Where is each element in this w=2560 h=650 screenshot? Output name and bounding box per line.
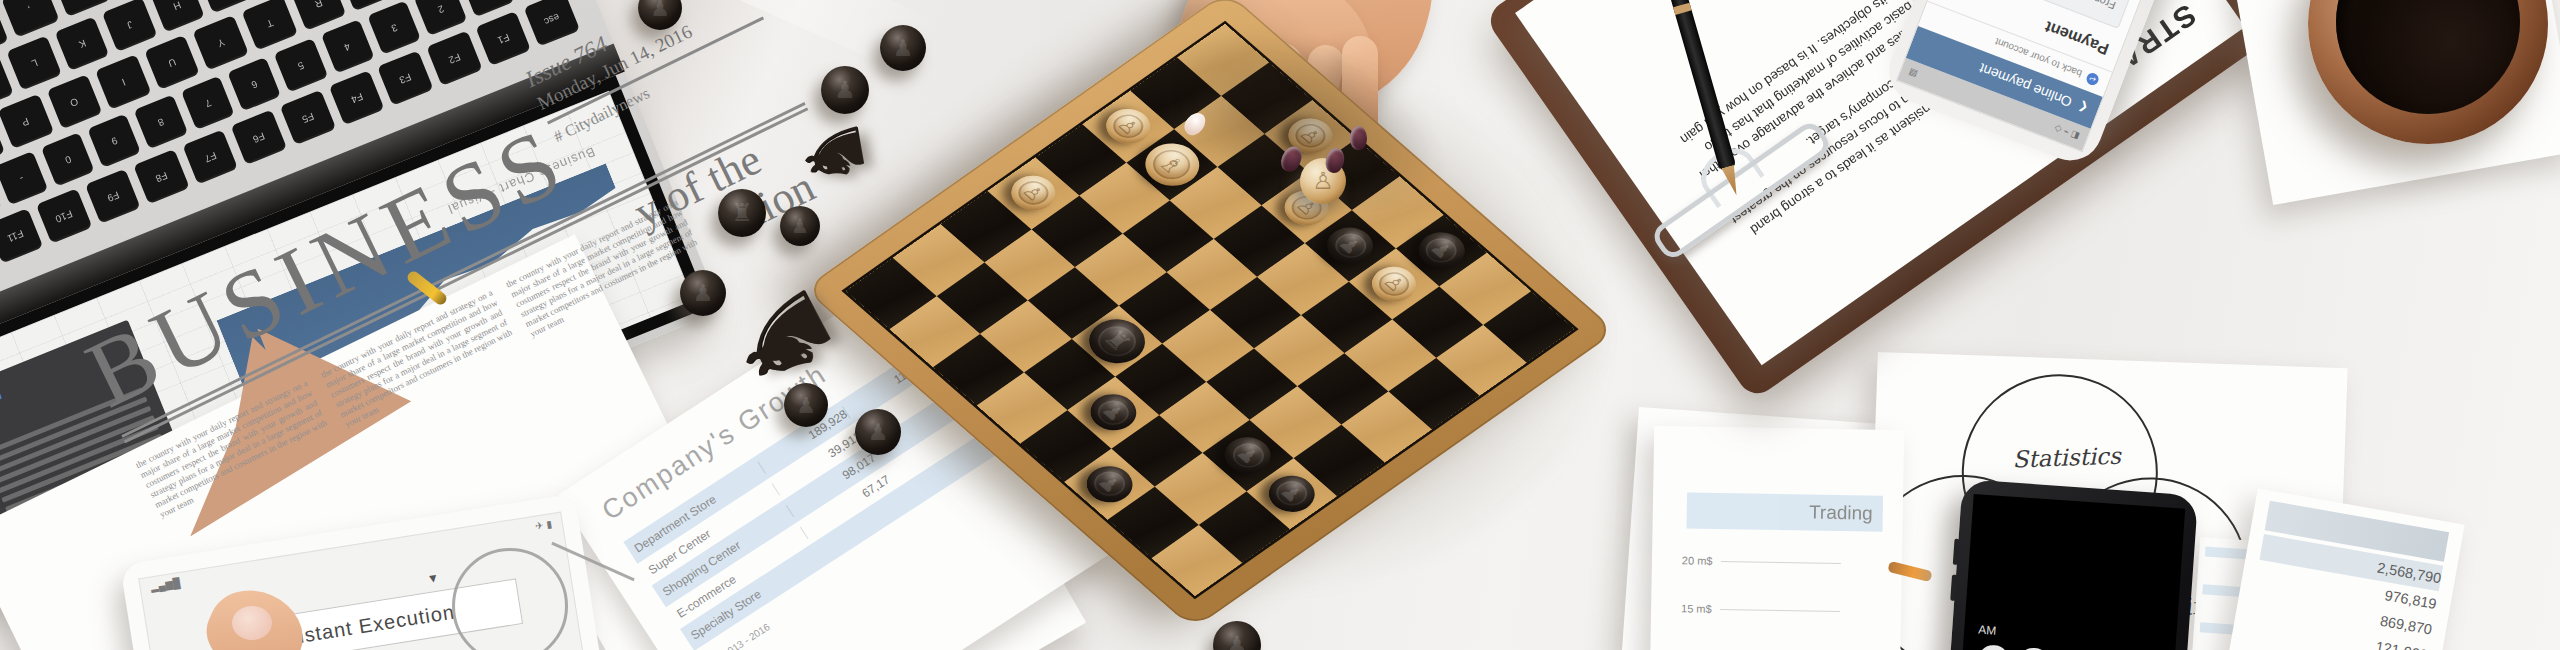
captured-black-pawn: ♟ bbox=[855, 409, 901, 455]
laptop-key: 3 bbox=[367, 0, 421, 54]
airplane-battery-icons: ✈ ▮ bbox=[534, 518, 552, 531]
laptop-key: 0 bbox=[41, 132, 95, 186]
captured-black-pawn: ♟ bbox=[880, 25, 926, 71]
laptop-key: L bbox=[7, 36, 62, 91]
laptop-key: - bbox=[0, 151, 48, 205]
black-piece-d3: ♜ bbox=[1077, 310, 1156, 372]
laptop-key: 5 bbox=[274, 38, 328, 92]
trading-axis-label: 15 m$ bbox=[1681, 602, 1840, 617]
captured-black-pawn: ♟ bbox=[680, 270, 726, 316]
laptop-key: I bbox=[95, 54, 151, 109]
white-piece-f7: ♙ bbox=[1363, 259, 1425, 308]
laptop-key: 8 bbox=[134, 95, 188, 149]
trading-document: Trading 20 m$15 m$10 m$ bbox=[1650, 426, 1904, 650]
coffee bbox=[2336, 0, 2520, 114]
laptop-key: P bbox=[0, 94, 54, 149]
black-piece-h3: ♟ bbox=[1259, 468, 1324, 519]
back-icon: ↩ bbox=[2085, 71, 2101, 87]
laptop-key: , bbox=[1, 0, 60, 38]
financial-document: 2,568,790976,819869,870121,000421,045 bbox=[2221, 488, 2464, 650]
captured-black-pawn: ♟ bbox=[821, 66, 869, 114]
fingernail-polished bbox=[1350, 126, 1367, 150]
back-arrow-icon[interactable]: ❮ bbox=[2076, 100, 2089, 115]
black-piece-f1: ♟ bbox=[1077, 458, 1142, 509]
signal-icon: ▂▄▆█ bbox=[150, 577, 181, 592]
fallen-black-knight: ♞ bbox=[789, 112, 878, 194]
clock-phone: AM 00:15 bbox=[1942, 479, 2198, 650]
panel-button bbox=[0, 386, 2, 412]
desk-scene: ▸◂▾▴option⌘space⌘optionctrlfnshift/.,MNB… bbox=[0, 0, 2560, 650]
white-piece-a4: ♙ bbox=[1002, 169, 1064, 218]
browser-icons-right: ▤ bbox=[1907, 67, 1919, 79]
laptop-key: H bbox=[150, 0, 205, 33]
captured-black-pawn: ♟ bbox=[780, 206, 820, 246]
captured-black-rook: ♜ bbox=[718, 189, 766, 237]
thumb-nail bbox=[232, 606, 272, 640]
black-piece-e2: ♟ bbox=[1081, 387, 1146, 438]
black-piece-g3: ♟ bbox=[1216, 430, 1281, 481]
clock-screen: AM 00:15 bbox=[1954, 494, 2185, 650]
laptop-key: U bbox=[144, 35, 200, 90]
captured-black-pawn: ♟ bbox=[784, 383, 828, 427]
trading-axis-label: 20 m$ bbox=[1682, 554, 1841, 569]
clock-time: 00:15 bbox=[1960, 634, 2176, 650]
laptop-key: Y bbox=[193, 15, 249, 70]
laptop-key: K bbox=[54, 16, 109, 71]
phone-side-button bbox=[1953, 539, 1960, 565]
laptop-key: 9 bbox=[87, 113, 141, 167]
trading-title-band: Trading bbox=[1687, 492, 1884, 531]
black-piece-f8: ♟ bbox=[1409, 225, 1474, 276]
captured-black-pawn: ♟ bbox=[1213, 621, 1261, 650]
laptop-key: O bbox=[46, 74, 102, 129]
laptop-key: 6 bbox=[227, 57, 281, 111]
laptop-key: 7 bbox=[181, 76, 235, 130]
laptop-key: J bbox=[102, 0, 157, 52]
laptop-key: 2 bbox=[414, 0, 468, 36]
venn-label-statistics: Statistics bbox=[2012, 443, 2121, 473]
laptop-key: T bbox=[242, 0, 298, 51]
browser-icons-left: ◧ ⌁ ◇ bbox=[2053, 123, 2081, 142]
dropdown-caret-icon[interactable]: ▼ bbox=[426, 571, 440, 587]
laptop-key: 4 bbox=[320, 19, 374, 73]
phone-side-button bbox=[1950, 575, 1957, 601]
